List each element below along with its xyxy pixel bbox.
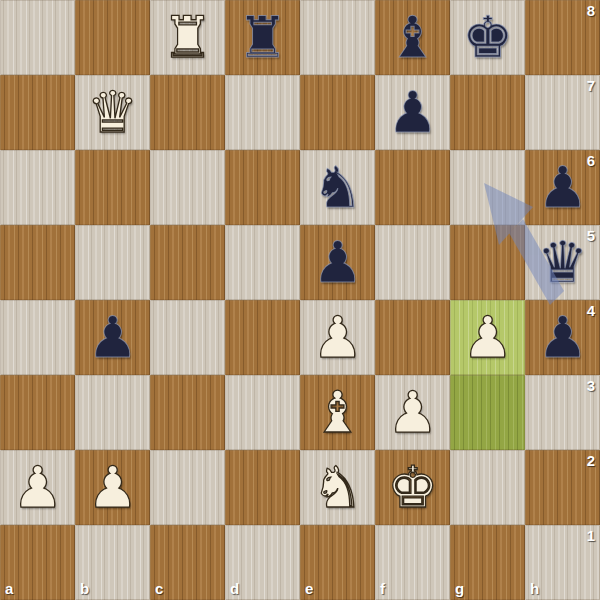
piece-white-bishop[interactable]: ♝ [312,375,363,450]
square-f1[interactable]: f [375,525,450,600]
square-e3[interactable]: ♝ [300,375,375,450]
square-c2[interactable] [150,450,225,525]
square-g6[interactable] [450,150,525,225]
square-b5[interactable] [75,225,150,300]
square-h1[interactable]: h1 [525,525,600,600]
square-h2[interactable]: 2 [525,450,600,525]
square-e7[interactable] [300,75,375,150]
square-a4[interactable] [0,300,75,375]
square-h6[interactable]: ♟6 [525,150,600,225]
piece-white-pawn[interactable]: ♟ [12,450,63,525]
piece-white-pawn[interactable]: ♟ [312,300,363,375]
square-c7[interactable] [150,75,225,150]
square-a1[interactable]: a [0,525,75,600]
rank-label-1: 1 [587,527,595,544]
file-label-h: h [530,580,539,597]
square-d3[interactable] [225,375,300,450]
square-e6[interactable]: ♞ [300,150,375,225]
piece-black-pawn[interactable]: ♟ [312,225,363,300]
piece-white-knight[interactable]: ♞ [312,450,363,525]
square-d8[interactable]: ♜ [225,0,300,75]
square-a8[interactable] [0,0,75,75]
square-a2[interactable]: ♟ [0,450,75,525]
square-g1[interactable]: g [450,525,525,600]
piece-black-pawn[interactable]: ♟ [537,150,588,225]
square-f4[interactable] [375,300,450,375]
piece-black-rook[interactable]: ♜ [237,0,288,75]
rank-label-3: 3 [587,377,595,394]
square-g3[interactable] [450,375,525,450]
square-b2[interactable]: ♟ [75,450,150,525]
piece-black-pawn[interactable]: ♟ [87,300,138,375]
square-c1[interactable]: c [150,525,225,600]
square-b6[interactable] [75,150,150,225]
piece-black-bishop[interactable]: ♝ [387,0,438,75]
square-a5[interactable] [0,225,75,300]
square-d2[interactable] [225,450,300,525]
piece-white-pawn[interactable]: ♟ [87,450,138,525]
piece-black-knight[interactable]: ♞ [312,150,363,225]
square-b3[interactable] [75,375,150,450]
piece-white-king[interactable]: ♚ [387,450,438,525]
piece-black-pawn[interactable]: ♟ [537,300,588,375]
rank-label-8: 8 [587,2,595,19]
square-a6[interactable] [0,150,75,225]
square-c6[interactable] [150,150,225,225]
square-c5[interactable] [150,225,225,300]
piece-white-queen[interactable]: ♛ [87,75,138,150]
square-a7[interactable] [0,75,75,150]
square-e2[interactable]: ♞ [300,450,375,525]
square-g8[interactable]: ♚ [450,0,525,75]
file-label-c: c [155,580,163,597]
square-f3[interactable]: ♟ [375,375,450,450]
square-d7[interactable] [225,75,300,150]
square-d1[interactable]: d [225,525,300,600]
chess-board: ♜♜♝♚8♛♟7♞♟6♟♛5♟♟♟♟4♝♟3♟♟♞♚2abcdefgh1 [0,0,600,600]
square-e4[interactable]: ♟ [300,300,375,375]
file-label-g: g [455,580,464,597]
square-e1[interactable]: e [300,525,375,600]
square-e5[interactable]: ♟ [300,225,375,300]
square-c8[interactable]: ♜ [150,0,225,75]
square-h4[interactable]: ♟4 [525,300,600,375]
rank-label-7: 7 [587,77,595,94]
square-c3[interactable] [150,375,225,450]
square-b8[interactable] [75,0,150,75]
square-g7[interactable] [450,75,525,150]
square-h7[interactable]: 7 [525,75,600,150]
square-h8[interactable]: 8 [525,0,600,75]
file-label-b: b [80,580,89,597]
square-d5[interactable] [225,225,300,300]
square-f7[interactable]: ♟ [375,75,450,150]
square-g2[interactable] [450,450,525,525]
square-b1[interactable]: b [75,525,150,600]
square-f6[interactable] [375,150,450,225]
rank-label-2: 2 [587,452,595,469]
square-b4[interactable]: ♟ [75,300,150,375]
file-label-a: a [5,580,13,597]
square-g4[interactable]: ♟ [450,300,525,375]
square-f2[interactable]: ♚ [375,450,450,525]
square-b7[interactable]: ♛ [75,75,150,150]
piece-white-rook[interactable]: ♜ [162,0,213,75]
piece-white-pawn[interactable]: ♟ [462,300,513,375]
piece-black-queen[interactable]: ♛ [537,225,588,300]
square-a3[interactable] [0,375,75,450]
square-e8[interactable] [300,0,375,75]
square-d6[interactable] [225,150,300,225]
square-d4[interactable] [225,300,300,375]
piece-black-pawn[interactable]: ♟ [387,75,438,150]
square-h5[interactable]: ♛5 [525,225,600,300]
piece-white-pawn[interactable]: ♟ [387,375,438,450]
file-label-e: e [305,580,313,597]
piece-black-king[interactable]: ♚ [462,0,513,75]
chess-app: ♜♜♝♚8♛♟7♞♟6♟♛5♟♟♟♟4♝♟3♟♟♞♚2abcdefgh1 [0,0,600,600]
square-c4[interactable] [150,300,225,375]
square-g5[interactable] [450,225,525,300]
file-label-f: f [380,580,385,597]
square-f5[interactable] [375,225,450,300]
square-f8[interactable]: ♝ [375,0,450,75]
file-label-d: d [230,580,239,597]
square-h3[interactable]: 3 [525,375,600,450]
